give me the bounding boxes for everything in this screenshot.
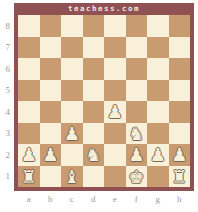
square-e2[interactable] (104, 144, 126, 166)
rank-label-4: 4 (0, 101, 12, 123)
square-h1[interactable]: ♜ (169, 166, 191, 188)
square-d5[interactable] (83, 80, 105, 102)
file-label-g: g (147, 193, 169, 205)
square-e5[interactable] (104, 80, 126, 102)
square-f5[interactable] (126, 80, 148, 102)
white-pawn[interactable]: ♟ (107, 101, 123, 123)
square-g1[interactable] (147, 166, 169, 188)
square-c6[interactable] (61, 58, 83, 80)
rank-labels: 87654321 (0, 15, 12, 187)
white-knight[interactable]: ♞ (128, 123, 144, 145)
square-c5[interactable] (61, 80, 83, 102)
square-d4[interactable] (83, 101, 105, 123)
square-c3[interactable]: ♟ (61, 123, 83, 145)
square-d8[interactable] (83, 15, 105, 37)
white-pawn[interactable]: ♟ (150, 144, 166, 166)
square-f7[interactable] (126, 37, 148, 59)
square-h4[interactable] (169, 101, 191, 123)
square-d6[interactable] (83, 58, 105, 80)
file-label-a: a (18, 193, 40, 205)
white-king[interactable]: ♚ (128, 166, 144, 188)
square-e7[interactable] (104, 37, 126, 59)
square-a4[interactable] (18, 101, 40, 123)
square-c4[interactable] (61, 101, 83, 123)
square-a3[interactable] (18, 123, 40, 145)
square-a1[interactable]: ♜ (18, 166, 40, 188)
square-f3[interactable]: ♞ (126, 123, 148, 145)
file-label-e: e (104, 193, 126, 205)
board-frame: ♟♟♞♟♟♞♟♟♟♜♝♚♜ (14, 15, 194, 191)
rank-label-8: 8 (0, 15, 12, 37)
square-e8[interactable] (104, 15, 126, 37)
white-bishop[interactable]: ♝ (64, 166, 80, 188)
white-knight[interactable]: ♞ (85, 144, 101, 166)
square-f1[interactable]: ♚ (126, 166, 148, 188)
square-f8[interactable] (126, 15, 148, 37)
square-g7[interactable] (147, 37, 169, 59)
square-a7[interactable] (18, 37, 40, 59)
rank-label-6: 6 (0, 58, 12, 80)
file-labels: abcdefgh (18, 193, 190, 205)
square-g3[interactable] (147, 123, 169, 145)
square-c7[interactable] (61, 37, 83, 59)
square-a2[interactable]: ♟ (18, 144, 40, 166)
square-b4[interactable] (40, 101, 62, 123)
square-g2[interactable]: ♟ (147, 144, 169, 166)
square-e3[interactable] (104, 123, 126, 145)
square-h7[interactable] (169, 37, 191, 59)
file-label-h: h (169, 193, 191, 205)
square-c1[interactable]: ♝ (61, 166, 83, 188)
square-b6[interactable] (40, 58, 62, 80)
square-a6[interactable] (18, 58, 40, 80)
square-b8[interactable] (40, 15, 62, 37)
square-b1[interactable] (40, 166, 62, 188)
square-a8[interactable] (18, 15, 40, 37)
square-f4[interactable] (126, 101, 148, 123)
square-h8[interactable] (169, 15, 191, 37)
square-h2[interactable]: ♟ (169, 144, 191, 166)
square-d3[interactable] (83, 123, 105, 145)
square-h3[interactable] (169, 123, 191, 145)
white-pawn[interactable]: ♟ (21, 144, 37, 166)
rank-label-3: 3 (0, 123, 12, 145)
white-pawn[interactable]: ♟ (128, 144, 144, 166)
square-e1[interactable] (104, 166, 126, 188)
square-b5[interactable] (40, 80, 62, 102)
square-b2[interactable]: ♟ (40, 144, 62, 166)
white-pawn[interactable]: ♟ (42, 144, 58, 166)
chess-diagram: teachess.com 87654321 ♟♟♞♟♟♞♟♟♟♜♝♚♜ abcd… (0, 0, 198, 212)
site-header-bar: teachess.com (14, 3, 194, 15)
square-d2[interactable]: ♞ (83, 144, 105, 166)
square-b3[interactable] (40, 123, 62, 145)
square-a5[interactable] (18, 80, 40, 102)
rank-label-5: 5 (0, 80, 12, 102)
file-label-b: b (40, 193, 62, 205)
square-d7[interactable] (83, 37, 105, 59)
square-e6[interactable] (104, 58, 126, 80)
square-c2[interactable] (61, 144, 83, 166)
square-f2[interactable]: ♟ (126, 144, 148, 166)
file-label-f: f (126, 193, 148, 205)
square-c8[interactable] (61, 15, 83, 37)
file-label-d: d (83, 193, 105, 205)
rank-label-7: 7 (0, 37, 12, 59)
white-pawn[interactable]: ♟ (64, 123, 80, 145)
square-b7[interactable] (40, 37, 62, 59)
chess-board: ♟♟♞♟♟♞♟♟♟♜♝♚♜ (18, 15, 190, 187)
square-f6[interactable] (126, 58, 148, 80)
site-label: teachess.com (68, 3, 140, 15)
file-label-c: c (61, 193, 83, 205)
square-h6[interactable] (169, 58, 191, 80)
square-d1[interactable] (83, 166, 105, 188)
square-g4[interactable] (147, 101, 169, 123)
white-rook[interactable]: ♜ (171, 166, 187, 188)
square-g5[interactable] (147, 80, 169, 102)
white-pawn[interactable]: ♟ (171, 144, 187, 166)
rank-label-2: 2 (0, 144, 12, 166)
square-e4[interactable]: ♟ (104, 101, 126, 123)
square-h5[interactable] (169, 80, 191, 102)
white-rook[interactable]: ♜ (21, 166, 37, 188)
rank-label-1: 1 (0, 166, 12, 188)
square-g8[interactable] (147, 15, 169, 37)
square-g6[interactable] (147, 58, 169, 80)
